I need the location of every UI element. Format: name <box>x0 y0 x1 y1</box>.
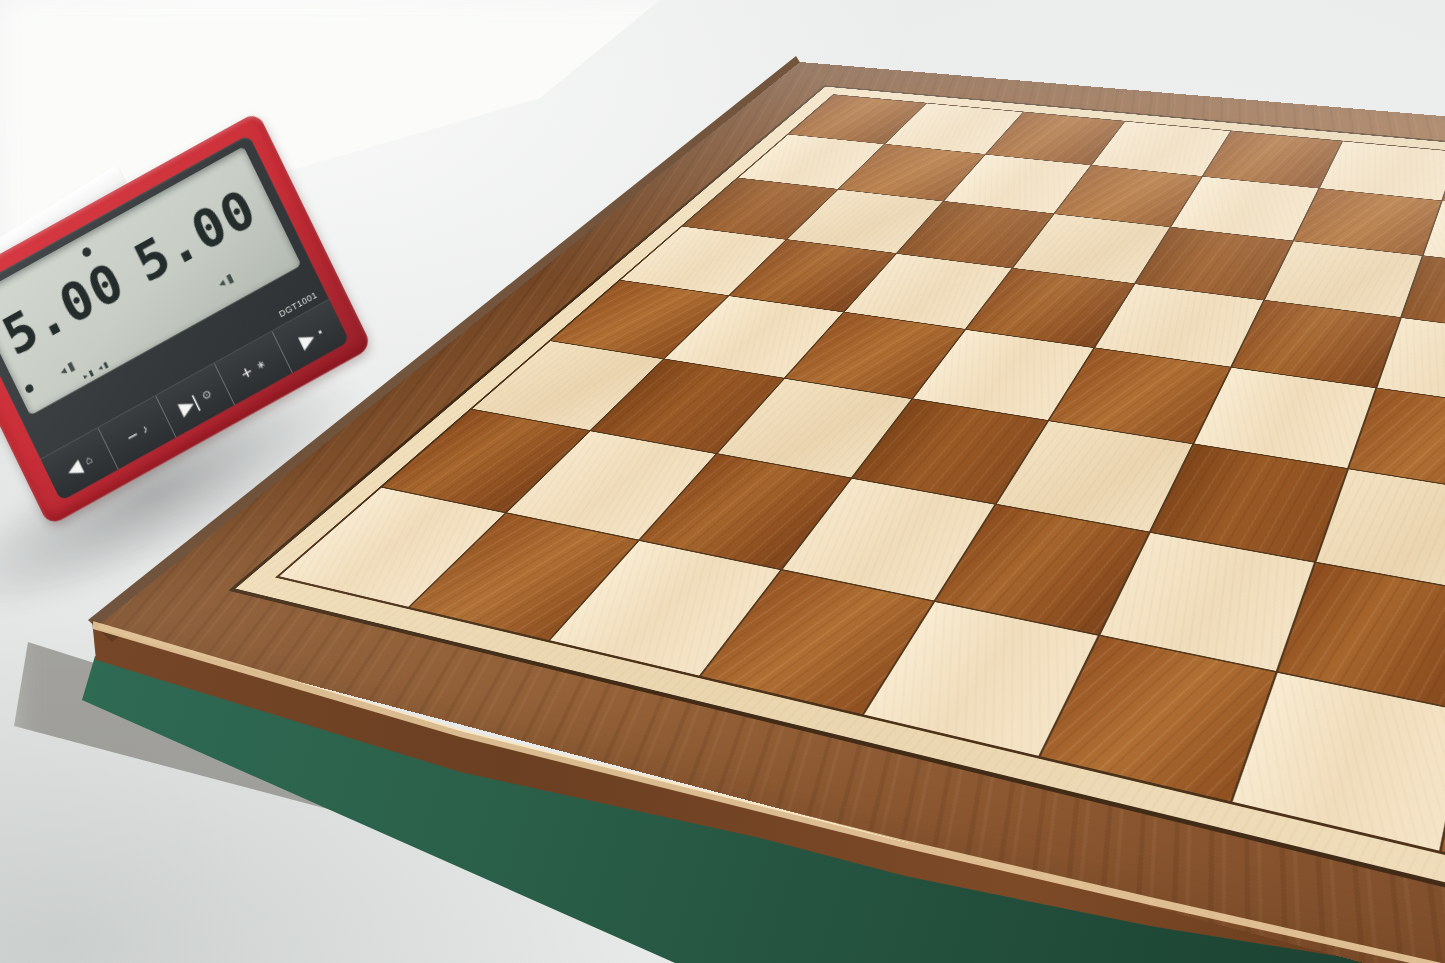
clock-button-sub-icon: ∗ <box>254 357 267 371</box>
clock-button-icon: − <box>123 424 141 446</box>
clock-button-icon: ◀ <box>63 456 84 480</box>
photo-stage: 5.00 5.00 ◂▮ ◂▮ ▸▮ ◂▮ DGT1001 ◀⌂−♪▶|⊙+∗▶… <box>0 0 1445 963</box>
clock-button-icon: ▶ <box>296 327 317 351</box>
clock-button-sub-icon: ♪ <box>140 422 150 435</box>
clock-button-sub-icon: ⊙ <box>200 387 213 401</box>
clock-button-icon: + <box>238 361 256 383</box>
clock-button-sub-icon: ⌂ <box>83 453 94 466</box>
clock-button-icon: ▶| <box>176 391 201 418</box>
clock-button-sub-icon: ▪ <box>316 326 324 338</box>
